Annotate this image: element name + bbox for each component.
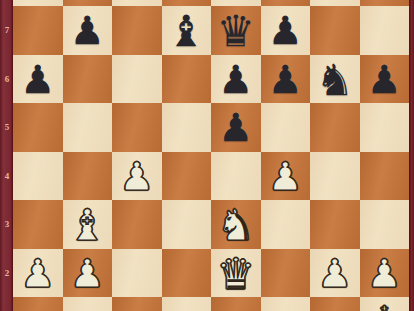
rank-label-5: 5	[3, 122, 11, 132]
square-h1[interactable]: ♚	[360, 297, 410, 311]
square-c7[interactable]	[112, 6, 162, 55]
square-h2[interactable]: ♟	[360, 249, 410, 298]
square-h5[interactable]	[360, 103, 410, 152]
square-e3[interactable]: ♞	[211, 200, 261, 249]
square-a1[interactable]	[13, 297, 63, 311]
black-knight-g6[interactable]: ♞	[315, 56, 354, 104]
square-a2[interactable]: ♟	[13, 249, 63, 298]
square-a7[interactable]	[13, 6, 63, 55]
square-b3[interactable]: ♝	[63, 200, 113, 249]
black-queen-e7[interactable]: ♛	[216, 7, 255, 55]
chess-board-view: ♜♜♚♟♝♛♟♟♟♟♞♟♟♟♟♝♞♟♟♛♟♟♚ 765432	[0, 0, 414, 311]
square-e4[interactable]	[211, 152, 261, 201]
square-d3[interactable]	[162, 200, 212, 249]
square-g6[interactable]: ♞	[310, 55, 360, 104]
square-f2[interactable]	[261, 249, 311, 298]
square-g2[interactable]: ♟	[310, 249, 360, 298]
square-a5[interactable]	[13, 103, 63, 152]
square-c6[interactable]	[112, 55, 162, 104]
black-pawn-e6[interactable]: ♟	[218, 56, 253, 104]
square-h3[interactable]	[360, 200, 410, 249]
board-frame-right	[409, 0, 414, 311]
rank-label-4: 4	[3, 171, 11, 181]
rank-label-2: 2	[3, 268, 11, 278]
square-c4[interactable]: ♟	[112, 152, 162, 201]
square-a4[interactable]	[13, 152, 63, 201]
square-f1[interactable]	[261, 297, 311, 311]
white-pawn-b2[interactable]: ♟	[70, 250, 105, 298]
black-pawn-f7[interactable]: ♟	[268, 7, 303, 55]
square-a3[interactable]	[13, 200, 63, 249]
square-c3[interactable]	[112, 200, 162, 249]
square-g3[interactable]	[310, 200, 360, 249]
square-f4[interactable]: ♟	[261, 152, 311, 201]
rank-label-3: 3	[3, 219, 11, 229]
square-f3[interactable]	[261, 200, 311, 249]
black-bishop-d7[interactable]: ♝	[167, 7, 206, 55]
square-g5[interactable]	[310, 103, 360, 152]
board-frame-left	[0, 0, 13, 311]
square-b2[interactable]: ♟	[63, 249, 113, 298]
square-e2[interactable]: ♛	[211, 249, 261, 298]
square-b5[interactable]	[63, 103, 113, 152]
square-e5[interactable]: ♟	[211, 103, 261, 152]
rank-label-7: 7	[3, 25, 11, 35]
square-f5[interactable]	[261, 103, 311, 152]
black-pawn-e5[interactable]: ♟	[218, 104, 253, 152]
square-h7[interactable]	[360, 6, 410, 55]
square-a6[interactable]: ♟	[13, 55, 63, 104]
white-pawn-c4[interactable]: ♟	[119, 153, 154, 201]
square-b4[interactable]	[63, 152, 113, 201]
square-h6[interactable]: ♟	[360, 55, 410, 104]
square-c5[interactable]	[112, 103, 162, 152]
white-pawn-f4[interactable]: ♟	[268, 153, 303, 201]
white-king-h1[interactable]: ♚	[365, 298, 404, 311]
square-d6[interactable]	[162, 55, 212, 104]
white-pawn-g2[interactable]: ♟	[317, 250, 352, 298]
square-g1[interactable]	[310, 297, 360, 311]
square-f7[interactable]: ♟	[261, 6, 311, 55]
black-pawn-a6[interactable]: ♟	[20, 56, 55, 104]
chess-board: ♜♜♚♟♝♛♟♟♟♟♞♟♟♟♟♝♞♟♟♛♟♟♚	[13, 0, 409, 311]
square-e1[interactable]	[211, 297, 261, 311]
black-pawn-b7[interactable]: ♟	[70, 7, 105, 55]
white-pawn-h2[interactable]: ♟	[367, 250, 402, 298]
black-pawn-f6[interactable]: ♟	[268, 56, 303, 104]
square-d4[interactable]	[162, 152, 212, 201]
square-b6[interactable]	[63, 55, 113, 104]
square-d5[interactable]	[162, 103, 212, 152]
square-d7[interactable]: ♝	[162, 6, 212, 55]
square-b1[interactable]	[63, 297, 113, 311]
square-c2[interactable]	[112, 249, 162, 298]
rank-label-6: 6	[3, 74, 11, 84]
square-b7[interactable]: ♟	[63, 6, 113, 55]
white-queen-e2[interactable]: ♛	[216, 250, 255, 298]
white-pawn-a2[interactable]: ♟	[20, 250, 55, 298]
square-c1[interactable]	[112, 297, 162, 311]
square-h4[interactable]	[360, 152, 410, 201]
black-pawn-h6[interactable]: ♟	[367, 56, 402, 104]
square-d2[interactable]	[162, 249, 212, 298]
square-e7[interactable]: ♛	[211, 6, 261, 55]
square-f6[interactable]: ♟	[261, 55, 311, 104]
white-bishop-b3[interactable]: ♝	[68, 201, 107, 249]
square-g4[interactable]	[310, 152, 360, 201]
square-e6[interactable]: ♟	[211, 55, 261, 104]
white-knight-e3[interactable]: ♞	[216, 201, 255, 249]
square-g7[interactable]	[310, 6, 360, 55]
square-d1[interactable]	[162, 297, 212, 311]
